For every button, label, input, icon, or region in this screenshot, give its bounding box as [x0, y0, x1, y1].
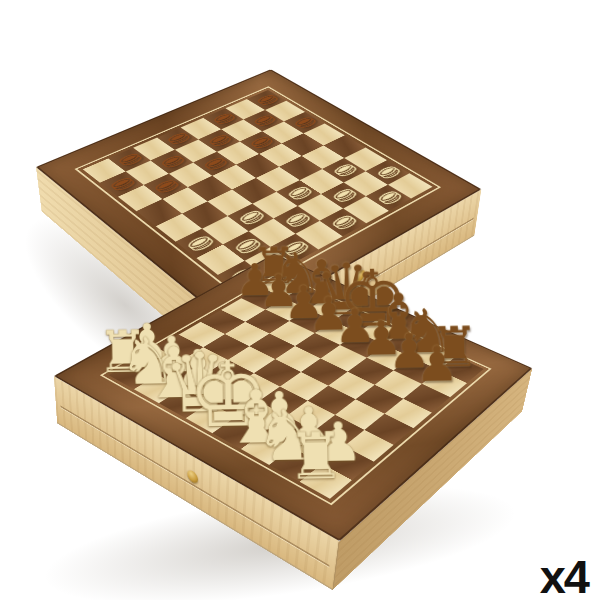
quantity-badge: x4 [540, 553, 588, 600]
checkers-square: ⛂ [366, 185, 411, 211]
light-checker: ⛂ [179, 229, 221, 255]
chess-square [384, 398, 432, 428]
checkers-square: ⛂ [144, 174, 188, 199]
dark-pawn: ♟ [398, 341, 475, 388]
product-photo: ⛂⛂⛂⛂⛂⛂⛂⛂⛂⛂⛂⛂⛂⛂⛂⛂⛂⛂⛂⛂⛂⛂⛂⛂ ♜♞♝♛♚♝♞♜♟♟♟♟♟♟♟… [0, 0, 600, 600]
light-rook: ♜ [272, 425, 361, 488]
chess-square: ♟ [421, 370, 467, 398]
checkers-square: ⛂ [322, 158, 365, 182]
chess-square: ♜ [299, 463, 352, 498]
